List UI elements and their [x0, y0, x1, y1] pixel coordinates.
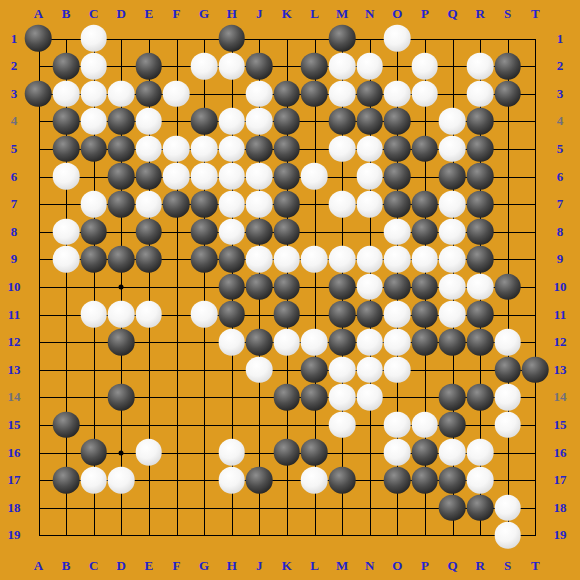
intersection-D10[interactable]: [107, 273, 135, 301]
intersection-N4[interactable]: [356, 107, 384, 135]
intersection-M15[interactable]: [328, 411, 356, 439]
intersection-M2[interactable]: [328, 52, 356, 80]
intersection-M18[interactable]: [328, 494, 356, 522]
intersection-G5[interactable]: [190, 135, 218, 163]
intersection-P10[interactable]: [411, 273, 439, 301]
intersection-T8[interactable]: [521, 218, 549, 246]
intersection-S10[interactable]: [494, 273, 522, 301]
intersection-J5[interactable]: [245, 135, 273, 163]
intersection-T7[interactable]: [521, 190, 549, 218]
intersection-B9[interactable]: [52, 245, 80, 273]
intersection-S3[interactable]: [494, 80, 522, 108]
intersection-S4[interactable]: [494, 107, 522, 135]
intersection-P6[interactable]: [411, 163, 439, 191]
intersection-E10[interactable]: [135, 273, 163, 301]
intersection-Q10[interactable]: [439, 273, 467, 301]
intersection-T3[interactable]: [521, 80, 549, 108]
intersection-K7[interactable]: [273, 190, 301, 218]
intersection-C12[interactable]: [80, 328, 108, 356]
intersection-L8[interactable]: [301, 218, 329, 246]
intersection-K1[interactable]: [273, 25, 301, 53]
intersection-A12[interactable]: [25, 328, 53, 356]
intersection-K8[interactable]: [273, 218, 301, 246]
intersection-K13[interactable]: [273, 356, 301, 384]
intersection-Q19[interactable]: [439, 521, 467, 549]
intersection-P11[interactable]: [411, 301, 439, 329]
intersection-R6[interactable]: [466, 163, 494, 191]
intersection-K14[interactable]: [273, 383, 301, 411]
intersection-C5[interactable]: [80, 135, 108, 163]
intersection-S8[interactable]: [494, 218, 522, 246]
intersection-F7[interactable]: [163, 190, 191, 218]
intersection-M4[interactable]: [328, 107, 356, 135]
intersection-G16[interactable]: [190, 439, 218, 467]
intersection-N15[interactable]: [356, 411, 384, 439]
intersection-D11[interactable]: [107, 301, 135, 329]
intersection-T5[interactable]: [521, 135, 549, 163]
intersection-Q8[interactable]: [439, 218, 467, 246]
intersection-H19[interactable]: [218, 521, 246, 549]
intersection-T12[interactable]: [521, 328, 549, 356]
intersection-D1[interactable]: [107, 25, 135, 53]
intersection-B6[interactable]: [52, 163, 80, 191]
intersection-Q6[interactable]: [439, 163, 467, 191]
intersection-B13[interactable]: [52, 356, 80, 384]
intersection-L10[interactable]: [301, 273, 329, 301]
intersection-A10[interactable]: [25, 273, 53, 301]
intersection-G1[interactable]: [190, 25, 218, 53]
intersection-K5[interactable]: [273, 135, 301, 163]
intersection-P7[interactable]: [411, 190, 439, 218]
intersection-O4[interactable]: [383, 107, 411, 135]
intersection-T1[interactable]: [521, 25, 549, 53]
intersection-F16[interactable]: [163, 439, 191, 467]
intersection-T18[interactable]: [521, 494, 549, 522]
intersection-D2[interactable]: [107, 52, 135, 80]
intersection-D5[interactable]: [107, 135, 135, 163]
intersection-M12[interactable]: [328, 328, 356, 356]
intersection-O14[interactable]: [383, 383, 411, 411]
intersection-O12[interactable]: [383, 328, 411, 356]
intersection-C11[interactable]: [80, 301, 108, 329]
intersection-S6[interactable]: [494, 163, 522, 191]
intersection-J6[interactable]: [245, 163, 273, 191]
intersection-L12[interactable]: [301, 328, 329, 356]
intersection-Q2[interactable]: [439, 52, 467, 80]
intersection-F15[interactable]: [163, 411, 191, 439]
intersection-J1[interactable]: [245, 25, 273, 53]
intersection-B10[interactable]: [52, 273, 80, 301]
intersection-F2[interactable]: [163, 52, 191, 80]
intersection-A18[interactable]: [25, 494, 53, 522]
intersection-R17[interactable]: [466, 466, 494, 494]
intersection-E14[interactable]: [135, 383, 163, 411]
intersection-O16[interactable]: [383, 439, 411, 467]
intersection-A14[interactable]: [25, 383, 53, 411]
intersection-L6[interactable]: [301, 163, 329, 191]
intersection-M7[interactable]: [328, 190, 356, 218]
intersection-E16[interactable]: [135, 439, 163, 467]
intersection-Q16[interactable]: [439, 439, 467, 467]
intersection-B18[interactable]: [52, 494, 80, 522]
intersection-M9[interactable]: [328, 245, 356, 273]
intersection-J17[interactable]: [245, 466, 273, 494]
intersection-D12[interactable]: [107, 328, 135, 356]
intersection-D15[interactable]: [107, 411, 135, 439]
intersection-E8[interactable]: [135, 218, 163, 246]
intersection-N1[interactable]: [356, 25, 384, 53]
intersection-H3[interactable]: [218, 80, 246, 108]
intersection-M3[interactable]: [328, 80, 356, 108]
intersection-M6[interactable]: [328, 163, 356, 191]
intersection-C13[interactable]: [80, 356, 108, 384]
intersection-H9[interactable]: [218, 245, 246, 273]
intersection-O13[interactable]: [383, 356, 411, 384]
intersection-Q9[interactable]: [439, 245, 467, 273]
intersection-B2[interactable]: [52, 52, 80, 80]
intersection-Q11[interactable]: [439, 301, 467, 329]
intersection-J7[interactable]: [245, 190, 273, 218]
intersection-J14[interactable]: [245, 383, 273, 411]
intersection-R12[interactable]: [466, 328, 494, 356]
intersection-K19[interactable]: [273, 521, 301, 549]
intersection-F17[interactable]: [163, 466, 191, 494]
intersection-N5[interactable]: [356, 135, 384, 163]
intersection-T19[interactable]: [521, 521, 549, 549]
intersection-H8[interactable]: [218, 218, 246, 246]
intersection-J10[interactable]: [245, 273, 273, 301]
intersection-Q3[interactable]: [439, 80, 467, 108]
intersection-R16[interactable]: [466, 439, 494, 467]
intersection-F8[interactable]: [163, 218, 191, 246]
intersection-G12[interactable]: [190, 328, 218, 356]
intersection-C7[interactable]: [80, 190, 108, 218]
intersection-H14[interactable]: [218, 383, 246, 411]
intersection-O17[interactable]: [383, 466, 411, 494]
intersection-G11[interactable]: [190, 301, 218, 329]
intersection-L9[interactable]: [301, 245, 329, 273]
intersection-H7[interactable]: [218, 190, 246, 218]
intersection-N2[interactable]: [356, 52, 384, 80]
intersection-R10[interactable]: [466, 273, 494, 301]
intersection-R18[interactable]: [466, 494, 494, 522]
intersection-G17[interactable]: [190, 466, 218, 494]
intersection-H12[interactable]: [218, 328, 246, 356]
intersection-N12[interactable]: [356, 328, 384, 356]
intersection-O1[interactable]: [383, 25, 411, 53]
intersection-Q15[interactable]: [439, 411, 467, 439]
intersection-L14[interactable]: [301, 383, 329, 411]
intersection-E19[interactable]: [135, 521, 163, 549]
intersection-K2[interactable]: [273, 52, 301, 80]
intersection-F3[interactable]: [163, 80, 191, 108]
intersection-H15[interactable]: [218, 411, 246, 439]
intersection-E15[interactable]: [135, 411, 163, 439]
intersection-T6[interactable]: [521, 163, 549, 191]
intersection-O9[interactable]: [383, 245, 411, 273]
intersection-D6[interactable]: [107, 163, 135, 191]
intersection-L18[interactable]: [301, 494, 329, 522]
intersection-B17[interactable]: [52, 466, 80, 494]
intersection-D18[interactable]: [107, 494, 135, 522]
intersection-G15[interactable]: [190, 411, 218, 439]
intersection-H16[interactable]: [218, 439, 246, 467]
intersection-D17[interactable]: [107, 466, 135, 494]
intersection-Q13[interactable]: [439, 356, 467, 384]
intersection-L13[interactable]: [301, 356, 329, 384]
intersection-D14[interactable]: [107, 383, 135, 411]
intersection-B4[interactable]: [52, 107, 80, 135]
intersection-S18[interactable]: [494, 494, 522, 522]
intersection-Q18[interactable]: [439, 494, 467, 522]
intersection-P12[interactable]: [411, 328, 439, 356]
intersection-H6[interactable]: [218, 163, 246, 191]
intersection-H4[interactable]: [218, 107, 246, 135]
intersection-E7[interactable]: [135, 190, 163, 218]
intersection-T17[interactable]: [521, 466, 549, 494]
intersection-K10[interactable]: [273, 273, 301, 301]
intersection-R7[interactable]: [466, 190, 494, 218]
intersection-D8[interactable]: [107, 218, 135, 246]
intersection-R15[interactable]: [466, 411, 494, 439]
intersection-K18[interactable]: [273, 494, 301, 522]
intersection-L2[interactable]: [301, 52, 329, 80]
intersection-C15[interactable]: [80, 411, 108, 439]
intersection-G8[interactable]: [190, 218, 218, 246]
intersection-R4[interactable]: [466, 107, 494, 135]
intersection-Q4[interactable]: [439, 107, 467, 135]
intersection-R5[interactable]: [466, 135, 494, 163]
intersection-Q14[interactable]: [439, 383, 467, 411]
intersection-H1[interactable]: [218, 25, 246, 53]
intersection-N19[interactable]: [356, 521, 384, 549]
intersection-E6[interactable]: [135, 163, 163, 191]
intersection-O3[interactable]: [383, 80, 411, 108]
intersection-K6[interactable]: [273, 163, 301, 191]
intersection-N7[interactable]: [356, 190, 384, 218]
intersection-C19[interactable]: [80, 521, 108, 549]
intersection-S11[interactable]: [494, 301, 522, 329]
intersection-S19[interactable]: [494, 521, 522, 549]
intersection-O5[interactable]: [383, 135, 411, 163]
intersection-G4[interactable]: [190, 107, 218, 135]
intersection-P15[interactable]: [411, 411, 439, 439]
intersection-O15[interactable]: [383, 411, 411, 439]
intersection-E17[interactable]: [135, 466, 163, 494]
intersection-C16[interactable]: [80, 439, 108, 467]
intersection-F19[interactable]: [163, 521, 191, 549]
intersection-B15[interactable]: [52, 411, 80, 439]
intersection-P8[interactable]: [411, 218, 439, 246]
intersection-A4[interactable]: [25, 107, 53, 135]
intersection-O2[interactable]: [383, 52, 411, 80]
intersection-G9[interactable]: [190, 245, 218, 273]
intersection-J15[interactable]: [245, 411, 273, 439]
intersection-F12[interactable]: [163, 328, 191, 356]
intersection-P2[interactable]: [411, 52, 439, 80]
intersection-B8[interactable]: [52, 218, 80, 246]
intersection-J3[interactable]: [245, 80, 273, 108]
intersection-B19[interactable]: [52, 521, 80, 549]
intersection-A9[interactable]: [25, 245, 53, 273]
intersection-B11[interactable]: [52, 301, 80, 329]
intersection-G2[interactable]: [190, 52, 218, 80]
intersection-E13[interactable]: [135, 356, 163, 384]
intersection-J9[interactable]: [245, 245, 273, 273]
intersection-G19[interactable]: [190, 521, 218, 549]
intersection-S5[interactable]: [494, 135, 522, 163]
intersection-B3[interactable]: [52, 80, 80, 108]
intersection-R14[interactable]: [466, 383, 494, 411]
intersection-C17[interactable]: [80, 466, 108, 494]
intersection-O7[interactable]: [383, 190, 411, 218]
intersection-A15[interactable]: [25, 411, 53, 439]
intersection-C14[interactable]: [80, 383, 108, 411]
intersection-J8[interactable]: [245, 218, 273, 246]
intersection-Q1[interactable]: [439, 25, 467, 53]
intersection-B14[interactable]: [52, 383, 80, 411]
intersection-H11[interactable]: [218, 301, 246, 329]
intersection-H18[interactable]: [218, 494, 246, 522]
intersection-O18[interactable]: [383, 494, 411, 522]
intersection-S1[interactable]: [494, 25, 522, 53]
intersection-M19[interactable]: [328, 521, 356, 549]
intersection-S9[interactable]: [494, 245, 522, 273]
intersection-P16[interactable]: [411, 439, 439, 467]
intersection-P19[interactable]: [411, 521, 439, 549]
intersection-L19[interactable]: [301, 521, 329, 549]
intersection-P4[interactable]: [411, 107, 439, 135]
intersection-L3[interactable]: [301, 80, 329, 108]
intersection-G10[interactable]: [190, 273, 218, 301]
intersection-J19[interactable]: [245, 521, 273, 549]
intersection-M13[interactable]: [328, 356, 356, 384]
intersection-N13[interactable]: [356, 356, 384, 384]
intersection-M1[interactable]: [328, 25, 356, 53]
intersection-L15[interactable]: [301, 411, 329, 439]
intersection-D4[interactable]: [107, 107, 135, 135]
intersection-L4[interactable]: [301, 107, 329, 135]
intersection-N16[interactable]: [356, 439, 384, 467]
intersection-N10[interactable]: [356, 273, 384, 301]
intersection-H10[interactable]: [218, 273, 246, 301]
intersection-E3[interactable]: [135, 80, 163, 108]
intersection-M16[interactable]: [328, 439, 356, 467]
intersection-S14[interactable]: [494, 383, 522, 411]
intersection-D19[interactable]: [107, 521, 135, 549]
intersection-L7[interactable]: [301, 190, 329, 218]
intersection-T10[interactable]: [521, 273, 549, 301]
intersection-E12[interactable]: [135, 328, 163, 356]
intersection-H5[interactable]: [218, 135, 246, 163]
intersection-O19[interactable]: [383, 521, 411, 549]
intersection-S12[interactable]: [494, 328, 522, 356]
intersection-P1[interactable]: [411, 25, 439, 53]
intersection-N17[interactable]: [356, 466, 384, 494]
intersection-T2[interactable]: [521, 52, 549, 80]
intersection-E11[interactable]: [135, 301, 163, 329]
intersection-A11[interactable]: [25, 301, 53, 329]
intersection-R8[interactable]: [466, 218, 494, 246]
intersection-K12[interactable]: [273, 328, 301, 356]
intersection-S17[interactable]: [494, 466, 522, 494]
intersection-R13[interactable]: [466, 356, 494, 384]
intersection-M17[interactable]: [328, 466, 356, 494]
intersection-C9[interactable]: [80, 245, 108, 273]
intersection-N14[interactable]: [356, 383, 384, 411]
intersection-J2[interactable]: [245, 52, 273, 80]
intersection-E1[interactable]: [135, 25, 163, 53]
intersection-R3[interactable]: [466, 80, 494, 108]
intersection-R19[interactable]: [466, 521, 494, 549]
intersection-P14[interactable]: [411, 383, 439, 411]
intersection-C2[interactable]: [80, 52, 108, 80]
intersection-L1[interactable]: [301, 25, 329, 53]
intersection-F10[interactable]: [163, 273, 191, 301]
intersection-E2[interactable]: [135, 52, 163, 80]
intersection-F13[interactable]: [163, 356, 191, 384]
intersection-C4[interactable]: [80, 107, 108, 135]
intersection-T4[interactable]: [521, 107, 549, 135]
intersection-K4[interactable]: [273, 107, 301, 135]
intersection-A8[interactable]: [25, 218, 53, 246]
intersection-D9[interactable]: [107, 245, 135, 273]
intersection-T11[interactable]: [521, 301, 549, 329]
intersection-S16[interactable]: [494, 439, 522, 467]
intersection-K15[interactable]: [273, 411, 301, 439]
intersection-F6[interactable]: [163, 163, 191, 191]
intersection-K17[interactable]: [273, 466, 301, 494]
intersection-O8[interactable]: [383, 218, 411, 246]
intersection-J11[interactable]: [245, 301, 273, 329]
intersection-H17[interactable]: [218, 466, 246, 494]
intersection-K16[interactable]: [273, 439, 301, 467]
intersection-E5[interactable]: [135, 135, 163, 163]
intersection-Q12[interactable]: [439, 328, 467, 356]
intersection-L11[interactable]: [301, 301, 329, 329]
intersection-D13[interactable]: [107, 356, 135, 384]
intersection-E9[interactable]: [135, 245, 163, 273]
intersection-F14[interactable]: [163, 383, 191, 411]
intersection-A6[interactable]: [25, 163, 53, 191]
intersection-P9[interactable]: [411, 245, 439, 273]
intersection-F5[interactable]: [163, 135, 191, 163]
intersection-E18[interactable]: [135, 494, 163, 522]
intersection-B16[interactable]: [52, 439, 80, 467]
intersection-B1[interactable]: [52, 25, 80, 53]
intersection-G13[interactable]: [190, 356, 218, 384]
intersection-C6[interactable]: [80, 163, 108, 191]
intersection-M11[interactable]: [328, 301, 356, 329]
intersection-A17[interactable]: [25, 466, 53, 494]
intersection-C1[interactable]: [80, 25, 108, 53]
intersection-F9[interactable]: [163, 245, 191, 273]
intersection-N18[interactable]: [356, 494, 384, 522]
intersection-M8[interactable]: [328, 218, 356, 246]
intersection-B5[interactable]: [52, 135, 80, 163]
intersection-Q7[interactable]: [439, 190, 467, 218]
intersection-N9[interactable]: [356, 245, 384, 273]
intersection-S2[interactable]: [494, 52, 522, 80]
intersection-L16[interactable]: [301, 439, 329, 467]
intersection-L17[interactable]: [301, 466, 329, 494]
intersection-H2[interactable]: [218, 52, 246, 80]
intersection-O6[interactable]: [383, 163, 411, 191]
intersection-K9[interactable]: [273, 245, 301, 273]
intersection-C8[interactable]: [80, 218, 108, 246]
intersection-R2[interactable]: [466, 52, 494, 80]
intersection-G3[interactable]: [190, 80, 218, 108]
